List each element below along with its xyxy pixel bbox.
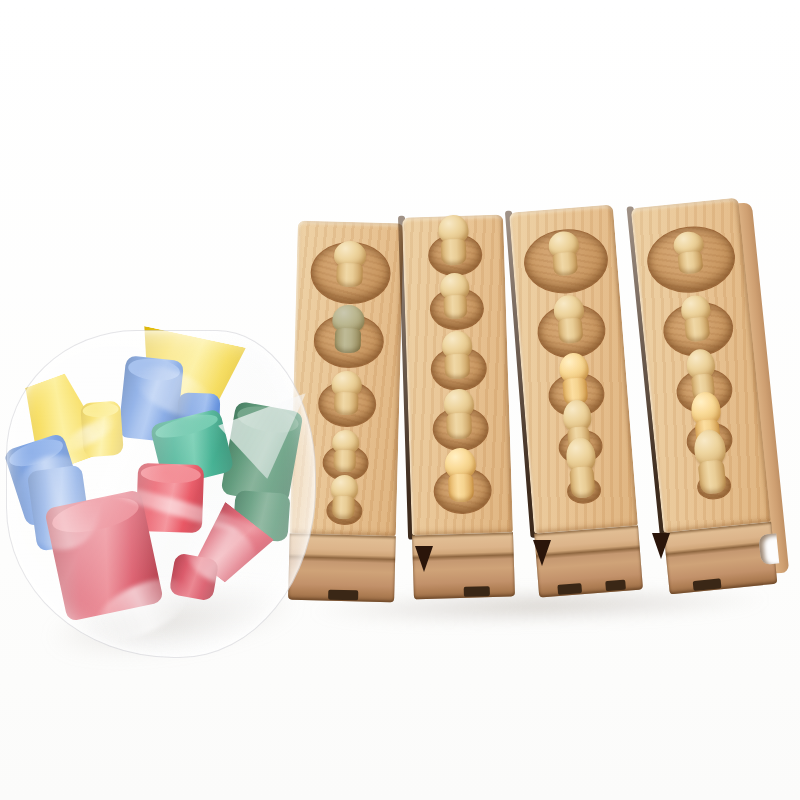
product-photo-stage: [0, 0, 800, 800]
plastic-bag-layer: [0, 0, 800, 800]
